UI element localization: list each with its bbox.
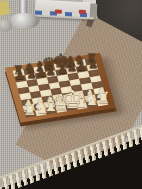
square-h1: [96, 99, 108, 107]
box-red-accent: [55, 9, 62, 13]
candlestick-base: [9, 13, 39, 29]
board-grid: [13, 58, 108, 118]
scene-photo: ♜♞♝♛♚♝♞♜♟♟♟♟♟♟♟♟♟♟♟♟♟♟♟♟♜♞♝♛♚♝♞♜: [0, 0, 142, 189]
game-box: [35, 0, 96, 20]
box-end-cap: [90, 3, 98, 17]
box-red-accent: [79, 10, 86, 14]
